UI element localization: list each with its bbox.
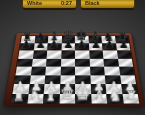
square-h6[interactable] (117, 51, 132, 59)
white-player-label: White (27, 1, 42, 7)
square-c1[interactable]: ♝ (43, 94, 59, 104)
square-c7[interactable]: ♟ (47, 43, 61, 50)
piece-white-rook[interactable]: ♜ (13, 90, 25, 103)
square-b7[interactable]: ♟ (33, 43, 47, 50)
square-g6[interactable] (103, 51, 118, 59)
white-clock-time: 0:27 (61, 1, 72, 7)
square-h1[interactable]: ♜ (122, 94, 139, 104)
square-a6[interactable] (18, 51, 33, 59)
piece-black-pawn[interactable]: ♟ (22, 39, 32, 50)
black-clock-button[interactable]: Black (80, 0, 135, 10)
square-a7[interactable]: ♟ (19, 43, 34, 50)
square-d1[interactable]: ♛ (59, 94, 75, 104)
square-a1[interactable]: ♜ (11, 94, 28, 104)
square-g4[interactable] (104, 67, 120, 76)
square-b5[interactable] (31, 58, 46, 66)
square-e4[interactable] (75, 67, 90, 76)
square-g1[interactable]: ♞ (106, 94, 123, 104)
piece-white-knight[interactable]: ♞ (29, 88, 42, 102)
square-d4[interactable] (60, 67, 75, 76)
black-player-label: Black (85, 1, 100, 7)
square-g7[interactable]: ♟ (102, 43, 117, 50)
square-d6[interactable] (61, 51, 75, 59)
chess-board: ♜♞♝♛♚♝♞♜♟♟♟♟♟♟♟♟♟♟♟♟♟♟♟♟♜♞♝♛♚♝♞♜ (4, 33, 145, 106)
square-g5[interactable] (103, 58, 118, 66)
piece-white-queen[interactable]: ♛ (60, 86, 75, 103)
square-d5[interactable] (60, 58, 75, 66)
piece-white-bishop[interactable]: ♝ (92, 88, 105, 103)
square-b4[interactable] (30, 67, 46, 76)
piece-black-pawn[interactable]: ♟ (63, 39, 73, 50)
piece-white-rook[interactable]: ♜ (125, 90, 137, 103)
piece-black-pawn[interactable]: ♟ (118, 39, 128, 50)
white-clock-button[interactable]: White 0:27 (22, 0, 77, 10)
square-c6[interactable] (47, 51, 61, 59)
square-e1[interactable]: ♚ (75, 94, 91, 104)
square-h7[interactable]: ♟ (116, 43, 131, 50)
square-b6[interactable] (32, 51, 47, 59)
piece-white-knight[interactable]: ♞ (109, 88, 122, 102)
square-e6[interactable] (75, 51, 89, 59)
chess-app-window: White 0:27 Black ♜♞♝♛♚♝♞♜♟♟♟♟♟♟♟♟♟♟♟♟♟♟♟… (0, 0, 145, 115)
square-f6[interactable] (89, 51, 104, 59)
square-c5[interactable] (46, 58, 61, 66)
clock-bar: White 0:27 Black (0, 0, 145, 12)
square-f7[interactable]: ♟ (88, 43, 102, 50)
piece-black-pawn[interactable]: ♟ (91, 39, 101, 50)
square-f5[interactable] (89, 58, 104, 66)
square-b1[interactable]: ♞ (27, 94, 44, 104)
piece-white-bishop[interactable]: ♝ (44, 88, 57, 103)
square-f4[interactable] (90, 67, 105, 76)
board-scene: ♜♞♝♛♚♝♞♜♟♟♟♟♟♟♟♟♟♟♟♟♟♟♟♟♜♞♝♛♚♝♞♜ (0, 0, 145, 115)
square-c4[interactable] (45, 67, 60, 76)
square-e7[interactable]: ♟ (75, 43, 89, 50)
square-h5[interactable] (118, 58, 134, 66)
piece-black-pawn[interactable]: ♟ (49, 39, 59, 50)
square-f1[interactable]: ♝ (91, 94, 107, 104)
piece-black-pawn[interactable]: ♟ (77, 39, 87, 50)
square-d7[interactable]: ♟ (61, 43, 75, 50)
square-e5[interactable] (75, 58, 90, 66)
square-h4[interactable] (119, 67, 135, 76)
piece-black-pawn[interactable]: ♟ (105, 39, 115, 50)
square-a5[interactable] (17, 58, 33, 66)
board-squares-grid: ♜♞♝♛♚♝♞♜♟♟♟♟♟♟♟♟♟♟♟♟♟♟♟♟♜♞♝♛♚♝♞♜ (10, 36, 141, 105)
piece-black-pawn[interactable]: ♟ (35, 39, 45, 50)
square-a4[interactable] (16, 67, 32, 76)
piece-white-king[interactable]: ♚ (75, 85, 91, 103)
